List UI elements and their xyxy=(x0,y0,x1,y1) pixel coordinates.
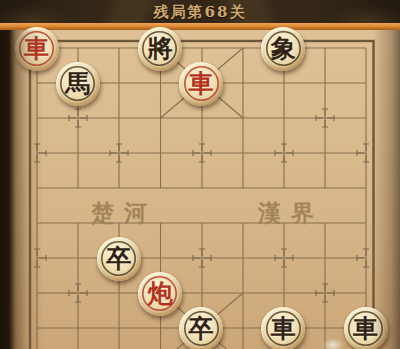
piece-red-chariot[interactable]: 車 xyxy=(15,27,59,71)
level-title: 残局第68关 xyxy=(0,0,400,23)
piece-ring xyxy=(348,311,383,346)
piece-red-chariot[interactable]: 車 xyxy=(179,62,223,106)
piece-ring xyxy=(142,276,177,311)
piece-black-soldier[interactable]: 卒 xyxy=(179,307,223,349)
piece-ring xyxy=(142,31,177,66)
app-screen: 残局第68关 楚河 漢界 車將象馬車卒炮卒車車 xyxy=(0,0,400,349)
piece-ring xyxy=(101,241,136,276)
piece-ring xyxy=(266,31,301,66)
piece-ring xyxy=(266,311,301,346)
piece-red-cannon[interactable]: 炮 xyxy=(138,272,182,316)
piece-black-general[interactable]: 將 xyxy=(138,27,182,71)
piece-ring xyxy=(19,31,54,66)
piece-black-soldier[interactable]: 卒 xyxy=(97,237,141,281)
piece-ring xyxy=(184,311,219,346)
level-header: 残局第68关 xyxy=(0,0,400,23)
piece-ring xyxy=(60,66,95,101)
pieces-grid[interactable]: 車將象馬車卒炮卒車車 xyxy=(16,31,386,349)
header-accent-strip xyxy=(0,23,400,30)
piece-black-elephant[interactable]: 象 xyxy=(261,27,305,71)
piece-ring xyxy=(184,66,219,101)
piece-black-chariot[interactable]: 車 xyxy=(344,307,388,349)
piece-black-chariot[interactable]: 車 xyxy=(261,307,305,349)
piece-black-horse[interactable]: 馬 xyxy=(56,62,100,106)
